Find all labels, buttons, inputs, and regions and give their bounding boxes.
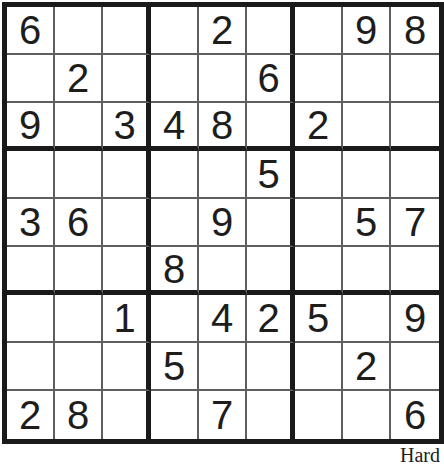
- cell-r1c6[interactable]: [247, 7, 295, 55]
- cell-r4c6[interactable]: 5: [247, 151, 295, 199]
- cell-r7c4[interactable]: [151, 295, 199, 343]
- cell-r9c1[interactable]: 2: [7, 391, 55, 439]
- cell-r9c2[interactable]: 8: [55, 391, 103, 439]
- cell-r9c3[interactable]: [103, 391, 151, 439]
- cell-r3c5[interactable]: 8: [199, 103, 247, 151]
- cell-r3c6[interactable]: [247, 103, 295, 151]
- cell-r4c3[interactable]: [103, 151, 151, 199]
- cell-r4c8[interactable]: [343, 151, 391, 199]
- cell-r1c5[interactable]: 2: [199, 7, 247, 55]
- cell-r2c8[interactable]: [343, 55, 391, 103]
- cell-r2c1[interactable]: [7, 55, 55, 103]
- cell-r8c4[interactable]: 5: [151, 343, 199, 391]
- cell-r8c7[interactable]: [295, 343, 343, 391]
- cell-r2c9[interactable]: [391, 55, 439, 103]
- cell-r1c3[interactable]: [103, 7, 151, 55]
- cell-r3c1[interactable]: 9: [7, 103, 55, 151]
- sudoku-board: 62982693482536957814259522876: [2, 2, 444, 444]
- cell-r7c8[interactable]: [343, 295, 391, 343]
- difficulty-label: Hard: [400, 444, 440, 467]
- cell-r5c5[interactable]: 9: [199, 199, 247, 247]
- cell-r6c2[interactable]: [55, 247, 103, 295]
- cell-r7c3[interactable]: 1: [103, 295, 151, 343]
- cell-r9c6[interactable]: [247, 391, 295, 439]
- cell-r5c9[interactable]: 7: [391, 199, 439, 247]
- cell-r7c1[interactable]: [7, 295, 55, 343]
- cell-r6c3[interactable]: [103, 247, 151, 295]
- cell-r8c3[interactable]: [103, 343, 151, 391]
- cell-r4c1[interactable]: [7, 151, 55, 199]
- cell-r9c8[interactable]: [343, 391, 391, 439]
- cell-r8c5[interactable]: [199, 343, 247, 391]
- cell-r2c5[interactable]: [199, 55, 247, 103]
- cell-r3c3[interactable]: 3: [103, 103, 151, 151]
- cell-r4c7[interactable]: [295, 151, 343, 199]
- cell-r1c1[interactable]: 6: [7, 7, 55, 55]
- cell-r9c9[interactable]: 6: [391, 391, 439, 439]
- cell-r5c2[interactable]: 6: [55, 199, 103, 247]
- cell-r7c9[interactable]: 9: [391, 295, 439, 343]
- cell-r4c5[interactable]: [199, 151, 247, 199]
- cell-r8c6[interactable]: [247, 343, 295, 391]
- cell-r4c4[interactable]: [151, 151, 199, 199]
- cell-r8c8[interactable]: 2: [343, 343, 391, 391]
- cell-r5c1[interactable]: 3: [7, 199, 55, 247]
- cell-r7c6[interactable]: 2: [247, 295, 295, 343]
- cell-r2c6[interactable]: 6: [247, 55, 295, 103]
- cell-r7c7[interactable]: 5: [295, 295, 343, 343]
- cell-r3c2[interactable]: [55, 103, 103, 151]
- cell-r2c2[interactable]: 2: [55, 55, 103, 103]
- cell-r1c4[interactable]: [151, 7, 199, 55]
- cell-r6c6[interactable]: [247, 247, 295, 295]
- cell-r3c4[interactable]: 4: [151, 103, 199, 151]
- cell-r2c4[interactable]: [151, 55, 199, 103]
- cell-r8c9[interactable]: [391, 343, 439, 391]
- cell-r5c3[interactable]: [103, 199, 151, 247]
- cell-r9c4[interactable]: [151, 391, 199, 439]
- cell-r5c4[interactable]: [151, 199, 199, 247]
- cell-r4c9[interactable]: [391, 151, 439, 199]
- cell-r2c3[interactable]: [103, 55, 151, 103]
- cell-r3c7[interactable]: 2: [295, 103, 343, 151]
- cell-r5c6[interactable]: [247, 199, 295, 247]
- cell-r7c5[interactable]: 4: [199, 295, 247, 343]
- cell-r8c2[interactable]: [55, 343, 103, 391]
- cell-r5c7[interactable]: [295, 199, 343, 247]
- cell-r9c5[interactable]: 7: [199, 391, 247, 439]
- cell-r3c8[interactable]: [343, 103, 391, 151]
- cell-r4c2[interactable]: [55, 151, 103, 199]
- cell-r1c2[interactable]: [55, 7, 103, 55]
- cell-r1c9[interactable]: 8: [391, 7, 439, 55]
- cell-r1c7[interactable]: [295, 7, 343, 55]
- cell-r7c2[interactable]: [55, 295, 103, 343]
- cell-r6c8[interactable]: [343, 247, 391, 295]
- cell-r8c1[interactable]: [7, 343, 55, 391]
- cell-r1c8[interactable]: 9: [343, 7, 391, 55]
- cell-r6c4[interactable]: 8: [151, 247, 199, 295]
- cell-r2c7[interactable]: [295, 55, 343, 103]
- cell-r6c7[interactable]: [295, 247, 343, 295]
- cell-r3c9[interactable]: [391, 103, 439, 151]
- cell-r6c1[interactable]: [7, 247, 55, 295]
- cell-r6c9[interactable]: [391, 247, 439, 295]
- cell-r9c7[interactable]: [295, 391, 343, 439]
- cell-r6c5[interactable]: [199, 247, 247, 295]
- cell-r5c8[interactable]: 5: [343, 199, 391, 247]
